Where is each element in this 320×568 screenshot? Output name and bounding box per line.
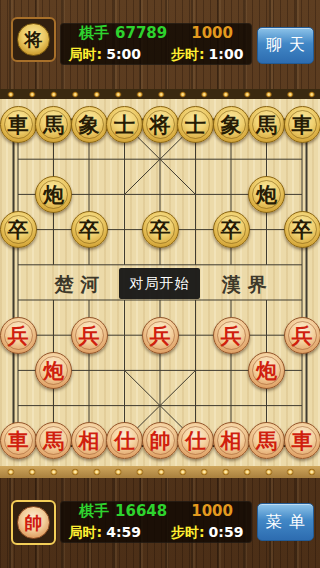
black-player-id: 67789 xyxy=(115,24,167,42)
piece-black-将[interactable]: 将 xyxy=(142,106,179,143)
red-player-label: 棋手 xyxy=(79,502,109,521)
chat-button[interactable]: 聊天 xyxy=(257,27,314,64)
piece-red-兵[interactable]: 兵 xyxy=(0,317,37,354)
menu-button[interactable]: 菜单 xyxy=(257,503,314,541)
piece-glyph: 炮 xyxy=(43,184,64,205)
piece-glyph: 卒 xyxy=(292,219,313,240)
red-player-avatar[interactable]: 帥 xyxy=(11,500,56,545)
piece-glyph: 炮 xyxy=(256,184,277,205)
river-label-right: 漢界 xyxy=(206,272,282,298)
piece-black-炮[interactable]: 炮 xyxy=(35,176,72,213)
piece-red-車[interactable]: 車 xyxy=(0,422,37,459)
red-player-rating: 1000 xyxy=(191,502,233,520)
piece-glyph: 兵 xyxy=(79,325,100,346)
piece-black-象[interactable]: 象 xyxy=(213,106,250,143)
piece-red-炮[interactable]: 炮 xyxy=(248,352,285,389)
piece-red-兵[interactable]: 兵 xyxy=(284,317,320,354)
piece-black-馬[interactable]: 馬 xyxy=(248,106,285,143)
black-game-time: 5:00 xyxy=(106,46,141,64)
piece-black-卒[interactable]: 卒 xyxy=(213,211,250,248)
piece-glyph: 車 xyxy=(8,430,29,451)
piece-black-車[interactable]: 車 xyxy=(284,106,320,143)
red-game-time-label: 局时: xyxy=(69,524,103,542)
black-player-info-panel: 棋手 67789 1000 局时: 5:00 步时: 1:00 xyxy=(60,23,252,65)
piece-glyph: 車 xyxy=(292,114,313,135)
red-general-avatar-icon: 帥 xyxy=(17,506,50,539)
piece-black-卒[interactable]: 卒 xyxy=(71,211,108,248)
piece-glyph: 兵 xyxy=(8,325,29,346)
piece-glyph: 車 xyxy=(8,114,29,135)
piece-glyph: 相 xyxy=(79,430,100,451)
piece-glyph: 卒 xyxy=(221,219,242,240)
piece-glyph: 炮 xyxy=(43,360,64,381)
red-game-time: 4:59 xyxy=(106,524,141,542)
piece-glyph: 兵 xyxy=(221,325,242,346)
black-move-time-label: 步时: xyxy=(171,46,205,64)
piece-black-士[interactable]: 士 xyxy=(177,106,214,143)
piece-glyph: 兵 xyxy=(292,325,313,346)
black-player-avatar[interactable]: 将 xyxy=(11,17,56,62)
piece-red-兵[interactable]: 兵 xyxy=(142,317,179,354)
piece-glyph: 士 xyxy=(114,114,135,135)
piece-red-車[interactable]: 車 xyxy=(284,422,320,459)
piece-black-卒[interactable]: 卒 xyxy=(142,211,179,248)
piece-glyph: 炮 xyxy=(256,360,277,381)
piece-glyph: 帥 xyxy=(150,430,171,451)
black-player-rating: 1000 xyxy=(191,24,233,42)
piece-black-卒[interactable]: 卒 xyxy=(284,211,320,248)
piece-glyph: 卒 xyxy=(8,219,29,240)
piece-glyph: 馬 xyxy=(256,430,277,451)
piece-black-車[interactable]: 車 xyxy=(0,106,37,143)
piece-red-兵[interactable]: 兵 xyxy=(213,317,250,354)
piece-glyph: 卒 xyxy=(150,219,171,240)
piece-red-兵[interactable]: 兵 xyxy=(71,317,108,354)
piece-black-馬[interactable]: 馬 xyxy=(35,106,72,143)
piece-glyph: 仕 xyxy=(114,430,135,451)
piece-black-象[interactable]: 象 xyxy=(71,106,108,143)
black-general-avatar-icon: 将 xyxy=(17,23,50,56)
piece-glyph: 相 xyxy=(221,430,242,451)
red-player-id: 16648 xyxy=(115,502,167,520)
river-label-left: 楚河 xyxy=(39,272,115,298)
piece-glyph: 馬 xyxy=(256,114,277,135)
piece-glyph: 車 xyxy=(292,430,313,451)
piece-red-相[interactable]: 相 xyxy=(71,422,108,459)
black-player-label: 棋手 xyxy=(79,24,109,43)
piece-glyph: 卒 xyxy=(79,219,100,240)
piece-glyph: 象 xyxy=(221,114,242,135)
piece-glyph: 士 xyxy=(185,114,206,135)
piece-black-炮[interactable]: 炮 xyxy=(248,176,285,213)
piece-red-炮[interactable]: 炮 xyxy=(35,352,72,389)
piece-black-卒[interactable]: 卒 xyxy=(0,211,37,248)
piece-glyph: 兵 xyxy=(150,325,171,346)
piece-glyph: 仕 xyxy=(185,430,206,451)
black-game-time-label: 局时: xyxy=(69,46,103,64)
game-start-toast: 对局开始 xyxy=(119,268,200,299)
black-move-time: 1:00 xyxy=(209,46,244,64)
red-move-time-label: 步时: xyxy=(171,524,205,542)
red-player-info-panel: 棋手 16648 1000 局时: 4:59 步时: 0:59 xyxy=(60,501,252,543)
piece-glyph: 馬 xyxy=(43,430,64,451)
piece-glyph: 将 xyxy=(150,114,171,135)
piece-glyph: 象 xyxy=(79,114,100,135)
piece-red-相[interactable]: 相 xyxy=(213,422,250,459)
red-move-time: 0:59 xyxy=(209,524,244,542)
piece-glyph: 馬 xyxy=(43,114,64,135)
piece-red-帥[interactable]: 帥 xyxy=(142,422,179,459)
piece-black-士[interactable]: 士 xyxy=(106,106,143,143)
